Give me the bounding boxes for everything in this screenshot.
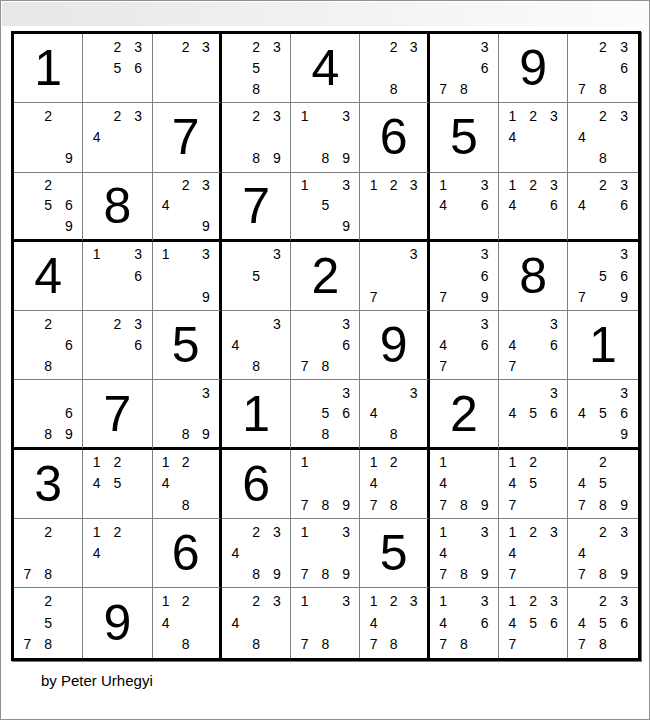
cell-r5c7[interactable]: 3467 <box>430 311 499 380</box>
cell-r5c2[interactable]: 236 <box>83 311 152 380</box>
candidate-digit: 4 <box>86 542 107 563</box>
candidate-digit: 6 <box>59 334 80 355</box>
candidate-digit: 5 <box>592 612 613 633</box>
cell-r8c9[interactable]: 234789 <box>568 519 637 588</box>
candidate-grid: 1378 <box>294 590 356 654</box>
given-digit: 6 <box>242 459 270 509</box>
candidate-grid: 234 <box>86 105 148 168</box>
cell-r8c7[interactable]: 134789 <box>430 519 499 588</box>
candidate-digit: 4 <box>433 612 454 633</box>
candidate-digit: 6 <box>614 265 635 286</box>
candidate-digit: 3 <box>404 590 424 611</box>
candidate-digit: 8 <box>246 563 267 584</box>
candidate-digit: 8 <box>384 423 404 443</box>
candidate-digit: 5 <box>38 195 59 215</box>
given-digit: 9 <box>380 320 408 370</box>
cell-r6c2[interactable]: 7 <box>83 380 152 449</box>
candidate-digit: 3 <box>128 36 149 57</box>
cell-r1c9[interactable]: 23678 <box>568 34 637 103</box>
cell-r6c6[interactable]: 348 <box>360 380 429 449</box>
candidate-digit: 3 <box>474 521 495 542</box>
candidate-digit: 5 <box>523 612 544 633</box>
candidate-digit: 9 <box>266 563 287 584</box>
cell-r2c7[interactable]: 5 <box>430 103 499 172</box>
candidate-digit: 6 <box>128 334 149 355</box>
candidate-digit: 3 <box>128 244 149 265</box>
given-digit: 5 <box>172 320 200 370</box>
candidate-digit: 7 <box>433 286 454 307</box>
candidate-digit: 2 <box>107 452 128 473</box>
given-digit: 1 <box>242 389 270 439</box>
candidate-digit: 8 <box>315 355 336 376</box>
candidate-digit: 1 <box>294 521 315 542</box>
candidate-grid: 3678 <box>433 36 495 99</box>
cell-r8c1[interactable]: 278 <box>14 519 83 588</box>
candidate-digit: 2 <box>246 105 267 126</box>
candidate-grid: 134678 <box>433 590 495 654</box>
candidate-digit: 1 <box>86 244 107 265</box>
candidate-digit: 6 <box>544 195 565 215</box>
candidate-digit: 3 <box>266 590 287 611</box>
given-digit: 7 <box>242 181 270 231</box>
candidate-digit: 2 <box>38 313 59 334</box>
candidate-digit: 1 <box>502 521 523 542</box>
candidate-digit: 3 <box>196 175 216 195</box>
cell-r8c2[interactable]: 124 <box>83 519 152 588</box>
cell-r4c9[interactable]: 35679 <box>568 242 637 311</box>
candidate-digit: 7 <box>433 563 454 584</box>
cell-r4c2[interactable]: 136 <box>83 242 152 311</box>
candidate-digit: 9 <box>336 563 357 584</box>
candidate-grid: 2348 <box>571 105 634 168</box>
candidate-digit: 9 <box>196 423 216 443</box>
candidate-digit: 4 <box>86 126 107 147</box>
cell-r9c9[interactable]: 2345678 <box>568 588 637 657</box>
candidate-digit: 4 <box>225 612 246 633</box>
candidate-digit: 8 <box>315 147 336 168</box>
given-digit: 5 <box>380 528 408 578</box>
candidate-digit: 1 <box>156 244 176 265</box>
given-digit: 6 <box>172 528 200 578</box>
cell-r1c4[interactable]: 2358 <box>222 34 291 103</box>
given-digit: 7 <box>172 112 200 162</box>
candidate-digit: 5 <box>246 265 267 286</box>
candidate-digit: 9 <box>474 494 495 515</box>
cell-r9c1[interactable]: 2578 <box>14 588 83 657</box>
candidate-digit: 1 <box>502 452 523 473</box>
candidate-digit: 6 <box>544 403 565 423</box>
candidate-digit: 1 <box>502 175 523 195</box>
candidate-digit: 8 <box>592 78 613 99</box>
candidate-digit: 9 <box>474 563 495 584</box>
candidate-digit: 8 <box>384 78 404 99</box>
candidate-digit: 5 <box>38 612 59 633</box>
candidate-grid: 23 <box>156 36 216 99</box>
candidate-digit: 1 <box>363 452 383 473</box>
candidate-digit: 3 <box>266 105 287 126</box>
candidate-digit: 2 <box>107 105 128 126</box>
cell-r6c3[interactable]: 389 <box>153 380 222 449</box>
candidate-digit: 5 <box>315 195 336 215</box>
candidate-digit: 2 <box>38 175 59 195</box>
cell-r4c7[interactable]: 3679 <box>430 242 499 311</box>
candidate-digit: 8 <box>246 78 267 99</box>
candidate-digit: 4 <box>502 403 523 423</box>
candidate-grid: 12478 <box>363 452 423 515</box>
candidate-digit: 3 <box>336 521 357 542</box>
cell-r4c1[interactable]: 4 <box>14 242 83 311</box>
candidate-digit: 7 <box>502 355 523 376</box>
cell-r6c4[interactable]: 1 <box>222 380 291 449</box>
candidate-digit: 7 <box>571 494 592 515</box>
cell-r4c3[interactable]: 139 <box>153 242 222 311</box>
candidate-digit: 2 <box>384 590 404 611</box>
candidate-digit: 3 <box>404 244 424 265</box>
cell-r2c9[interactable]: 2348 <box>568 103 637 172</box>
candidate-grid: 2358 <box>225 36 287 99</box>
candidate-digit: 7 <box>294 563 315 584</box>
candidate-grid: 2356 <box>86 36 148 99</box>
candidate-grid: 2389 <box>225 105 287 168</box>
candidate-digit: 2 <box>246 590 267 611</box>
cell-r5c4[interactable]: 348 <box>222 311 291 380</box>
candidate-digit: 1 <box>433 521 454 542</box>
cell-r1c1[interactable]: 1 <box>14 34 83 103</box>
candidate-digit: 2 <box>107 521 128 542</box>
candidate-digit: 8 <box>38 355 59 376</box>
candidate-grid: 2578 <box>17 590 79 654</box>
cell-r6c8[interactable]: 3456 <box>499 380 568 449</box>
candidate-digit: 9 <box>614 494 635 515</box>
cell-r9c6[interactable]: 123478 <box>360 588 429 657</box>
given-digit: 1 <box>34 43 62 93</box>
candidate-digit: 3 <box>614 521 635 542</box>
candidate-digit: 7 <box>294 633 315 654</box>
candidate-digit: 4 <box>225 542 246 563</box>
cell-r7c7[interactable]: 14789 <box>430 450 499 519</box>
cell-r6c5[interactable]: 3568 <box>291 380 360 449</box>
candidate-digit: 4 <box>571 126 592 147</box>
candidate-digit: 4 <box>433 195 454 215</box>
cell-r1c7[interactable]: 3678 <box>430 34 499 103</box>
candidate-grid: 2348 <box>225 590 287 654</box>
candidate-digit: 2 <box>592 590 613 611</box>
candidate-digit: 5 <box>592 265 613 286</box>
candidate-digit: 2 <box>592 521 613 542</box>
candidate-digit: 3 <box>474 590 495 611</box>
candidate-digit: 2 <box>107 36 128 57</box>
candidate-digit: 2 <box>523 105 544 126</box>
candidate-grid: 3678 <box>294 313 356 376</box>
cell-r2c3[interactable]: 7 <box>153 103 222 172</box>
candidate-digit: 4 <box>433 334 454 355</box>
candidate-digit: 4 <box>156 195 176 215</box>
cell-r4c4[interactable]: 35 <box>222 242 291 311</box>
candidate-digit: 8 <box>384 494 404 515</box>
candidate-digit: 1 <box>294 105 315 126</box>
cell-r3c7[interactable]: 1346 <box>430 173 499 242</box>
candidate-digit: 3 <box>336 382 357 402</box>
cell-r3c5[interactable]: 1359 <box>291 173 360 242</box>
given-digit: 2 <box>311 251 339 301</box>
cell-r5c3[interactable]: 5 <box>153 311 222 380</box>
candidate-digit: 8 <box>315 563 336 584</box>
cell-r5c1[interactable]: 268 <box>14 311 83 380</box>
candidate-grid: 34569 <box>571 382 634 443</box>
cell-r7c5[interactable]: 1789 <box>291 450 360 519</box>
candidate-digit: 2 <box>384 175 404 195</box>
cell-r3c1[interactable]: 2569 <box>14 173 83 242</box>
candidate-grid: 37 <box>363 244 423 307</box>
candidate-digit: 8 <box>592 494 613 515</box>
cell-r9c5[interactable]: 1378 <box>291 588 360 657</box>
candidate-digit: 4 <box>502 473 523 494</box>
candidate-digit: 8 <box>592 147 613 168</box>
candidate-grid: 3467 <box>433 313 495 376</box>
candidate-digit: 7 <box>571 286 592 307</box>
cell-r3c2[interactable]: 8 <box>83 173 152 242</box>
candidate-digit: 4 <box>571 195 592 215</box>
cell-r2c2[interactable]: 234 <box>83 103 152 172</box>
candidate-digit: 3 <box>614 36 635 57</box>
cell-r7c8[interactable]: 12457 <box>499 450 568 519</box>
cell-r2c5[interactable]: 1389 <box>291 103 360 172</box>
candidate-digit: 9 <box>59 215 80 235</box>
cell-r7c1[interactable]: 3 <box>14 450 83 519</box>
candidate-digit: 8 <box>246 147 267 168</box>
candidate-digit: 8 <box>246 355 267 376</box>
given-digit: 5 <box>450 112 478 162</box>
candidate-digit: 4 <box>571 542 592 563</box>
cell-r1c6[interactable]: 238 <box>360 34 429 103</box>
candidate-digit: 3 <box>266 36 287 57</box>
candidate-grid: 35679 <box>571 244 634 307</box>
candidate-grid: 1248 <box>156 590 216 654</box>
cell-r8c8[interactable]: 12347 <box>499 519 568 588</box>
candidate-digit: 4 <box>363 403 383 423</box>
cell-r8c3[interactable]: 6 <box>153 519 222 588</box>
candidate-digit: 9 <box>614 423 635 443</box>
cell-r2c8[interactable]: 1234 <box>499 103 568 172</box>
cell-r4c8[interactable]: 8 <box>499 242 568 311</box>
candidate-digit: 5 <box>592 403 613 423</box>
candidate-digit: 9 <box>614 286 635 307</box>
cell-r3c3[interactable]: 2349 <box>153 173 222 242</box>
candidate-grid: 1234567 <box>502 590 564 654</box>
cell-r9c2[interactable]: 9 <box>83 588 152 657</box>
cell-r5c5[interactable]: 3678 <box>291 311 360 380</box>
cell-r9c4[interactable]: 2348 <box>222 588 291 657</box>
candidate-digit: 7 <box>571 563 592 584</box>
cell-r4c5[interactable]: 2 <box>291 242 360 311</box>
candidate-grid: 139 <box>156 244 216 307</box>
candidate-digit: 6 <box>59 195 80 215</box>
candidate-digit: 1 <box>363 590 383 611</box>
cell-r9c8[interactable]: 1234567 <box>499 588 568 657</box>
candidate-digit: 8 <box>315 633 336 654</box>
candidate-digit: 3 <box>128 105 149 126</box>
candidate-digit: 6 <box>128 57 149 78</box>
given-digit: 1 <box>589 320 617 370</box>
candidate-grid: 268 <box>17 313 79 376</box>
cell-r3c9[interactable]: 2346 <box>568 173 637 242</box>
candidate-grid: 245789 <box>571 452 634 515</box>
candidate-digit: 2 <box>246 521 267 542</box>
candidate-digit: 2 <box>523 175 544 195</box>
candidate-digit: 9 <box>336 215 357 235</box>
cell-r5c8[interactable]: 3467 <box>499 311 568 380</box>
given-digit: 2 <box>450 389 478 439</box>
candidate-digit: 7 <box>433 355 454 376</box>
candidate-digit: 8 <box>315 423 336 443</box>
page: 1235623235842383678923678292347238913896… <box>0 0 650 720</box>
candidate-digit: 4 <box>571 403 592 423</box>
candidate-digit: 3 <box>196 382 216 402</box>
candidate-digit: 1 <box>294 175 315 195</box>
candidate-digit: 3 <box>614 175 635 195</box>
candidate-digit: 2 <box>38 590 59 611</box>
candidate-digit: 4 <box>571 473 592 494</box>
candidate-digit: 6 <box>474 265 495 286</box>
candidate-digit: 7 <box>502 633 523 654</box>
candidate-digit: 2 <box>592 105 613 126</box>
candidate-grid: 1789 <box>294 452 356 515</box>
candidate-grid: 238 <box>363 36 423 99</box>
candidate-digit: 2 <box>384 36 404 57</box>
cell-r2c4[interactable]: 2389 <box>222 103 291 172</box>
candidate-digit: 4 <box>502 334 523 355</box>
candidate-digit: 9 <box>614 563 635 584</box>
cell-r3c4[interactable]: 7 <box>222 173 291 242</box>
candidate-digit: 7 <box>363 494 383 515</box>
candidate-digit: 3 <box>474 36 495 57</box>
candidate-digit: 6 <box>474 57 495 78</box>
candidate-digit: 4 <box>156 473 176 494</box>
candidate-grid: 124 <box>86 521 148 584</box>
candidate-grid: 348 <box>363 382 423 443</box>
candidate-digit: 4 <box>502 195 523 215</box>
cell-r2c1[interactable]: 29 <box>14 103 83 172</box>
candidate-digit: 3 <box>544 521 565 542</box>
candidate-digit: 7 <box>433 494 454 515</box>
candidate-digit: 3 <box>474 244 495 265</box>
candidate-digit: 4 <box>502 126 523 147</box>
candidate-grid: 3679 <box>433 244 495 307</box>
cell-r1c2[interactable]: 2356 <box>83 34 152 103</box>
cell-r1c8[interactable]: 9 <box>499 34 568 103</box>
candidate-digit: 6 <box>474 195 495 215</box>
candidate-digit: 8 <box>176 633 196 654</box>
candidate-grid: 2569 <box>17 175 79 236</box>
candidate-digit: 3 <box>196 244 216 265</box>
candidate-digit: 1 <box>363 175 383 195</box>
candidate-digit: 3 <box>614 105 635 126</box>
cell-r9c7[interactable]: 134678 <box>430 588 499 657</box>
cell-r3c8[interactable]: 12346 <box>499 173 568 242</box>
candidate-digit: 2 <box>246 36 267 57</box>
candidate-grid: 689 <box>17 382 79 443</box>
candidate-grid: 2346 <box>571 175 634 236</box>
candidate-digit: 2 <box>38 521 59 542</box>
candidate-digit: 8 <box>38 633 59 654</box>
cell-r1c5[interactable]: 4 <box>291 34 360 103</box>
candidate-digit: 6 <box>59 403 80 423</box>
candidate-digit: 7 <box>294 494 315 515</box>
cell-r6c7[interactable]: 2 <box>430 380 499 449</box>
cell-r7c4[interactable]: 6 <box>222 450 291 519</box>
candidate-digit: 3 <box>544 590 565 611</box>
candidate-grid: 136 <box>86 244 148 307</box>
candidate-digit: 7 <box>433 78 454 99</box>
candidate-digit: 5 <box>107 57 128 78</box>
cell-r7c6[interactable]: 12478 <box>360 450 429 519</box>
candidate-digit: 1 <box>502 590 523 611</box>
candidate-digit: 4 <box>571 612 592 633</box>
candidate-digit: 2 <box>176 36 196 57</box>
candidate-digit: 4 <box>502 542 523 563</box>
candidate-digit: 3 <box>128 313 149 334</box>
candidate-digit: 4 <box>363 473 383 494</box>
candidate-grid: 236 <box>86 313 148 376</box>
candidate-digit: 2 <box>176 590 196 611</box>
candidate-digit: 3 <box>614 244 635 265</box>
cell-r8c5[interactable]: 13789 <box>291 519 360 588</box>
candidate-digit: 5 <box>523 403 544 423</box>
candidate-digit: 2 <box>523 452 544 473</box>
candidate-digit: 3 <box>404 382 424 402</box>
cell-r4c6[interactable]: 37 <box>360 242 429 311</box>
candidate-digit: 3 <box>266 313 287 334</box>
candidate-grid: 1248 <box>156 452 216 515</box>
candidate-digit: 7 <box>17 633 38 654</box>
candidate-digit: 7 <box>502 494 523 515</box>
given-digit: 8 <box>519 251 547 301</box>
cell-r9c3[interactable]: 1248 <box>153 588 222 657</box>
cell-r8c4[interactable]: 23489 <box>222 519 291 588</box>
candidate-digit: 4 <box>502 612 523 633</box>
cell-r7c2[interactable]: 1245 <box>83 450 152 519</box>
candidate-digit: 7 <box>571 633 592 654</box>
candidate-digit: 8 <box>246 633 267 654</box>
cell-r5c6[interactable]: 9 <box>360 311 429 380</box>
cell-r1c3[interactable]: 23 <box>153 34 222 103</box>
candidate-digit: 8 <box>592 563 613 584</box>
candidate-grid: 134789 <box>433 521 495 584</box>
cell-r6c9[interactable]: 34569 <box>568 380 637 449</box>
cell-r7c9[interactable]: 245789 <box>568 450 637 519</box>
candidate-digit: 2 <box>523 590 544 611</box>
candidate-digit: 2 <box>384 452 404 473</box>
candidate-digit: 3 <box>614 382 635 402</box>
cell-r2c6[interactable]: 6 <box>360 103 429 172</box>
candidate-grid: 3568 <box>294 382 356 443</box>
cell-r8c6[interactable]: 5 <box>360 519 429 588</box>
cell-r3c6[interactable]: 123 <box>360 173 429 242</box>
candidate-digit: 8 <box>454 633 475 654</box>
cell-r5c9[interactable]: 1 <box>568 311 637 380</box>
candidate-digit: 1 <box>294 452 315 473</box>
candidate-digit: 9 <box>196 215 216 235</box>
candidate-grid: 3456 <box>502 382 564 443</box>
cell-r6c1[interactable]: 689 <box>14 380 83 449</box>
candidate-digit: 2 <box>176 452 196 473</box>
cell-r7c3[interactable]: 1248 <box>153 450 222 519</box>
candidate-digit: 7 <box>502 563 523 584</box>
candidate-grid: 2345678 <box>571 590 634 654</box>
candidate-digit: 1 <box>433 590 454 611</box>
candidate-grid: 234789 <box>571 521 634 584</box>
candidate-digit: 9 <box>336 147 357 168</box>
